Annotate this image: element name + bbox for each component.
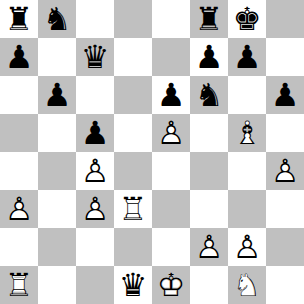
white-piece-outline-layer: ♙	[76, 190, 114, 228]
white-piece-outline-layer: ♔	[152, 266, 190, 304]
square-b2[interactable]	[38, 228, 76, 266]
white-piece-outline-layer: ♖	[0, 266, 38, 304]
square-f1[interactable]	[190, 266, 228, 304]
square-c1[interactable]	[76, 266, 114, 304]
piece-white-pawn[interactable]: ♟♙	[0, 190, 38, 228]
white-piece-outline-layer: ♙	[266, 152, 304, 190]
square-d8[interactable]	[114, 0, 152, 38]
piece-black-queen[interactable]: ♛	[76, 38, 114, 76]
square-h8[interactable]	[266, 0, 304, 38]
piece-black-knight[interactable]: ♞	[190, 76, 228, 114]
piece-white-knight[interactable]: ♞♘	[228, 266, 266, 304]
white-piece-outline-layer: ♙	[228, 228, 266, 266]
piece-white-king[interactable]: ♚♔	[152, 266, 190, 304]
white-piece-outline-layer: ♖	[114, 190, 152, 228]
piece-white-pawn[interactable]: ♟♙	[228, 228, 266, 266]
square-c3[interactable]: ♟♙	[76, 190, 114, 228]
piece-black-rook[interactable]: ♜	[190, 0, 228, 38]
square-f5[interactable]	[190, 114, 228, 152]
square-a6[interactable]	[0, 76, 38, 114]
piece-white-pawn[interactable]: ♟♙	[190, 228, 228, 266]
piece-white-pawn[interactable]: ♟♙	[76, 190, 114, 228]
piece-white-rook[interactable]: ♜♖	[0, 266, 38, 304]
square-a7[interactable]: ♟	[0, 38, 38, 76]
square-e3[interactable]	[152, 190, 190, 228]
square-g7[interactable]: ♟	[228, 38, 266, 76]
piece-black-pawn[interactable]: ♟	[76, 114, 114, 152]
piece-white-pawn[interactable]: ♟♙	[266, 152, 304, 190]
white-piece-outline-layer: ♘	[228, 266, 266, 304]
square-b3[interactable]	[38, 190, 76, 228]
square-d7[interactable]	[114, 38, 152, 76]
square-b8[interactable]: ♞	[38, 0, 76, 38]
chess-board: ♜♞♜♚♟♛♟♟♟♟♞♟♟♟♙♝♗♟♙♟♙♟♙♟♙♜♖♟♙♟♙♜♖♛♚♔♞♘	[0, 0, 304, 304]
square-b5[interactable]	[38, 114, 76, 152]
piece-white-pawn[interactable]: ♟♙	[152, 114, 190, 152]
square-e7[interactable]	[152, 38, 190, 76]
square-b4[interactable]	[38, 152, 76, 190]
square-f2[interactable]: ♟♙	[190, 228, 228, 266]
square-f7[interactable]: ♟	[190, 38, 228, 76]
square-g5[interactable]: ♝♗	[228, 114, 266, 152]
square-g3[interactable]	[228, 190, 266, 228]
square-g8[interactable]: ♚	[228, 0, 266, 38]
piece-white-rook[interactable]: ♜♖	[114, 190, 152, 228]
square-f3[interactable]	[190, 190, 228, 228]
piece-black-king[interactable]: ♚	[228, 0, 266, 38]
square-a4[interactable]	[0, 152, 38, 190]
white-piece-outline-layer: ♙	[76, 152, 114, 190]
square-b7[interactable]	[38, 38, 76, 76]
piece-white-bishop[interactable]: ♝♗	[228, 114, 266, 152]
square-b6[interactable]: ♟	[38, 76, 76, 114]
square-a2[interactable]	[0, 228, 38, 266]
square-g1[interactable]: ♞♘	[228, 266, 266, 304]
piece-black-pawn[interactable]: ♟	[38, 76, 76, 114]
piece-black-pawn[interactable]: ♟	[190, 38, 228, 76]
white-piece-outline-layer: ♙	[0, 190, 38, 228]
square-c2[interactable]	[76, 228, 114, 266]
square-h2[interactable]	[266, 228, 304, 266]
square-e4[interactable]	[152, 152, 190, 190]
square-d4[interactable]	[114, 152, 152, 190]
square-d3[interactable]: ♜♖	[114, 190, 152, 228]
square-h5[interactable]	[266, 114, 304, 152]
square-e5[interactable]: ♟♙	[152, 114, 190, 152]
white-piece-outline-layer: ♙	[152, 114, 190, 152]
square-c4[interactable]: ♟♙	[76, 152, 114, 190]
square-f4[interactable]	[190, 152, 228, 190]
piece-black-pawn[interactable]: ♟	[228, 38, 266, 76]
white-piece-outline-layer: ♙	[190, 228, 228, 266]
piece-black-queen[interactable]: ♛	[114, 266, 152, 304]
piece-black-pawn[interactable]: ♟	[0, 38, 38, 76]
square-d2[interactable]	[114, 228, 152, 266]
square-g6[interactable]	[228, 76, 266, 114]
square-h7[interactable]	[266, 38, 304, 76]
square-a3[interactable]: ♟♙	[0, 190, 38, 228]
square-h6[interactable]: ♟	[266, 76, 304, 114]
square-g4[interactable]	[228, 152, 266, 190]
square-h4[interactable]: ♟♙	[266, 152, 304, 190]
square-c8[interactable]	[76, 0, 114, 38]
square-e2[interactable]	[152, 228, 190, 266]
white-piece-outline-layer: ♗	[228, 114, 266, 152]
square-a1[interactable]: ♜♖	[0, 266, 38, 304]
square-f8[interactable]: ♜	[190, 0, 228, 38]
piece-black-knight[interactable]: ♞	[38, 0, 76, 38]
square-e8[interactable]	[152, 0, 190, 38]
square-a5[interactable]	[0, 114, 38, 152]
square-g2[interactable]: ♟♙	[228, 228, 266, 266]
square-b1[interactable]	[38, 266, 76, 304]
piece-black-pawn[interactable]: ♟	[152, 76, 190, 114]
square-f6[interactable]: ♞	[190, 76, 228, 114]
piece-black-rook[interactable]: ♜	[0, 0, 38, 38]
square-d1[interactable]: ♛	[114, 266, 152, 304]
square-h1[interactable]	[266, 266, 304, 304]
square-d5[interactable]	[114, 114, 152, 152]
square-a8[interactable]: ♜	[0, 0, 38, 38]
square-e6[interactable]: ♟	[152, 76, 190, 114]
piece-black-pawn[interactable]: ♟	[266, 76, 304, 114]
square-c7[interactable]: ♛	[76, 38, 114, 76]
square-c5[interactable]: ♟	[76, 114, 114, 152]
square-d6[interactable]	[114, 76, 152, 114]
piece-white-pawn[interactable]: ♟♙	[76, 152, 114, 190]
square-e1[interactable]: ♚♔	[152, 266, 190, 304]
square-c6[interactable]	[76, 76, 114, 114]
square-h3[interactable]	[266, 190, 304, 228]
